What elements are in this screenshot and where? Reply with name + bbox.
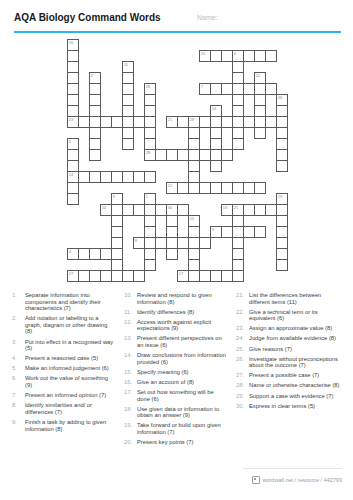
clue-text: Name or otherwise characterise (8) [249, 382, 340, 389]
clue-text: Set out how something will be done (6) [137, 389, 228, 402]
clue-item: 26.Investigate without preconceptions ab… [236, 356, 340, 369]
clue-text: Present different perspectives on an iss… [137, 335, 228, 348]
cell-number: 2 [91, 73, 93, 78]
clue-text: Give an account of (8) [137, 379, 228, 386]
cell-number: 27 [69, 271, 73, 276]
clue-list: 1.Separate information into components a… [12, 292, 344, 449]
cell-number: 18 [146, 84, 150, 89]
clue-item: 22.Give a technical term or its equivale… [236, 309, 340, 322]
clue-number: 28. [236, 382, 249, 389]
clue-text: Use given data or information to obtain … [137, 406, 228, 419]
clue-item: 28.Name or otherwise characterise (8) [236, 382, 340, 389]
clue-item: 11.Identify differences (8) [124, 309, 228, 316]
title-underline [14, 31, 341, 33]
crossword-grid[interactable]: 1620611222187261423212952824129119103013… [67, 39, 299, 282]
clue-number: 15. [124, 369, 137, 376]
clue-item: 20.Present key points (7) [124, 439, 228, 446]
cell-number: 16 [69, 40, 73, 45]
clue-item: 17.Set out how something will be done (6… [124, 389, 228, 402]
clue-number: 22. [236, 309, 249, 322]
clue-item: 15.Specify meaning (6) [124, 369, 228, 376]
clue-item: 23.Assign an approximate value (8) [236, 325, 340, 332]
grid-cell[interactable] [67, 193, 79, 205]
grid-cell[interactable] [210, 160, 222, 172]
cell-number: 20 [201, 51, 205, 56]
grid-cell[interactable] [199, 237, 211, 249]
cell-number: 6 [234, 51, 236, 56]
clue-number: 23. [236, 325, 249, 332]
cell-number: 28 [146, 150, 150, 155]
clue-item: 1.Separate information into components a… [12, 292, 116, 312]
clue-text: Review and respond to given information … [137, 292, 228, 305]
footer-resource-link[interactable]: wordwall.net / resource / 442799 [263, 477, 343, 483]
clue-text: Give a technical term or its equivalent … [249, 309, 340, 322]
clue-item: 13.Present different perspectives on an … [124, 335, 228, 348]
grid-cell[interactable] [221, 149, 233, 161]
clue-number: 10. [124, 292, 137, 305]
grid-cell[interactable] [254, 182, 266, 194]
clue-number: 18. [124, 406, 137, 419]
cell-number: 9 [113, 194, 115, 199]
grid-cell[interactable] [254, 127, 266, 139]
cell-number: 25 [234, 205, 238, 210]
clue-number: 29. [236, 393, 249, 400]
clue-number: 21. [236, 292, 249, 305]
clue-column: 21.List the differences between differen… [236, 292, 340, 449]
clue-number: 4. [12, 355, 25, 362]
clue-number: 9. [12, 419, 25, 432]
clue-item: 29.Support a case with evidence (7) [236, 393, 340, 400]
clue-item: 19.Take forward or build upon given info… [124, 422, 228, 435]
clue-item: 21.List the differences between differen… [236, 292, 340, 305]
clue-number: 13. [124, 335, 137, 348]
clue-item: 6.Work out the value of something (9) [12, 375, 116, 388]
page-title: AQA Biology Command Words [14, 12, 341, 23]
clue-item: 25.Give reasons (7) [236, 346, 340, 353]
grid-cell[interactable] [276, 259, 288, 271]
clue-item: 18.Use given data or information to obta… [124, 406, 228, 419]
clue-text: Present key points (7) [137, 439, 228, 446]
clue-item: 4.Present a reasoned case (5) [12, 355, 116, 362]
clue-column: 10.Review and respond to given informati… [124, 292, 228, 449]
cell-number: 23 [69, 117, 73, 122]
clue-item: 14.Draw conclusions from information pro… [124, 352, 228, 365]
clue-text: Present a possible case (7) [249, 372, 340, 379]
grid-cell[interactable] [144, 259, 156, 271]
cell-number: 12 [168, 183, 172, 188]
clue-text: Give reasons (7) [249, 346, 340, 353]
clue-text: Assign an approximate value (8) [249, 325, 340, 332]
cell-number: 19 [278, 194, 282, 199]
footer-separator [243, 468, 342, 469]
clue-number: 3. [12, 339, 25, 352]
grid-cell[interactable] [276, 160, 288, 172]
clue-text: Identify similarities and/ or difference… [25, 402, 116, 415]
clue-text: Finish a task by adding to given informa… [25, 419, 116, 432]
grid-cell[interactable] [254, 226, 266, 238]
cell-number: 11 [124, 62, 128, 67]
clue-number: 30. [236, 403, 249, 410]
clue-number: 19. [124, 422, 137, 435]
clue-text: Put into effect in a recognised way (5) [25, 339, 116, 352]
clue-number: 17. [124, 389, 137, 402]
cell-number: 5 [69, 139, 71, 144]
cell-number: 30 [168, 205, 172, 210]
clue-text: Separate information into components and… [25, 292, 116, 312]
clue-text: Present a reasoned case (5) [25, 355, 116, 362]
grid-cell[interactable] [232, 270, 244, 282]
clue-column: 1.Separate information into components a… [12, 292, 116, 449]
grid-cell[interactable] [89, 149, 101, 161]
clue-item: 3.Put into effect in a recognised way (5… [12, 339, 116, 352]
grid-cell[interactable] [144, 171, 156, 183]
cell-number: 15 [190, 216, 194, 221]
clue-number: 25. [236, 346, 249, 353]
wordwall-logo-icon [252, 476, 260, 484]
clue-number: 27. [236, 372, 249, 379]
cell-number: 17 [179, 271, 183, 276]
clue-item: 30.Express in clear terms (5) [236, 403, 340, 410]
clue-item: 7.Present an informed opinion (7) [12, 392, 116, 399]
clue-item: 24.Judge from available evidence (8) [236, 335, 340, 342]
clue-number: 8. [12, 402, 25, 415]
clue-text: Identify differences (8) [137, 309, 228, 316]
name-field-label: Name: [197, 14, 218, 21]
clue-number: 16. [124, 379, 137, 386]
footer[interactable]: wordwall.net / resource / 442799 [252, 476, 343, 484]
clue-text: Support a case with evidence (7) [249, 393, 340, 400]
cell-number: 3 [212, 227, 214, 232]
clue-number: 1. [12, 292, 25, 312]
cell-number: 14 [212, 106, 216, 111]
clue-item: 12.Access worth against explicit expecta… [124, 319, 228, 332]
clue-number: 20. [124, 439, 137, 446]
clue-text: Add notation or labelling to a graph, di… [25, 315, 116, 335]
clue-text: Present an informed opinion (7) [25, 392, 116, 399]
cell-number: 10 [102, 205, 106, 210]
cell-number: 8 [135, 238, 137, 243]
cell-number: 22 [256, 73, 260, 78]
clue-number: 2. [12, 315, 25, 335]
clue-text: Access worth against explicit expectatio… [137, 319, 228, 332]
grid-cell[interactable] [133, 270, 145, 282]
clue-item: 9.Finish a task by adding to given infor… [12, 419, 116, 432]
grid-cell[interactable] [232, 138, 244, 150]
clue-item: 2.Add notation or labelling to a graph, … [12, 315, 116, 335]
page-header: AQA Biology Command Words Name: [14, 12, 341, 23]
clue-number: 6. [12, 375, 25, 388]
clue-number: 24. [236, 335, 249, 342]
clue-text: Judge from available evidence (8) [249, 335, 340, 342]
clue-item: 5.Make an informed judgement (6) [12, 365, 116, 372]
cell-number: 21 [168, 117, 172, 122]
cell-number: 26 [278, 95, 282, 100]
clue-number: 11. [124, 309, 137, 316]
clue-number: 14. [124, 352, 137, 365]
clue-text: Investigate without preconceptions about… [249, 356, 340, 369]
clue-item: 10.Review and respond to given informati… [124, 292, 228, 305]
clue-text: List the differences between different i… [249, 292, 340, 305]
grid-cell[interactable] [166, 248, 178, 260]
clue-number: 7. [12, 392, 25, 399]
clue-item: 27.Present a possible case (7) [236, 372, 340, 379]
clue-text: Express in clear terms (5) [249, 403, 340, 410]
clue-number: 5. [12, 365, 25, 372]
cell-number: 13 [223, 205, 227, 210]
clue-number: 26. [236, 356, 249, 369]
grid-cell[interactable] [265, 50, 277, 62]
cell-number: 7 [201, 84, 203, 89]
clue-text: Draw conclusions from information provid… [137, 352, 228, 365]
clue-item: 16.Give an account of (8) [124, 379, 228, 386]
clue-text: Work out the value of something (9) [25, 375, 116, 388]
cell-number: 4 [69, 249, 71, 254]
clue-item: 8.Identify similarities and/ or differen… [12, 402, 116, 415]
clue-text: Make an informed judgement (6) [25, 365, 116, 372]
clue-text: Take forward or build upon given informa… [137, 422, 228, 435]
clue-text: Specify meaning (6) [137, 369, 228, 376]
cell-number: 24 [69, 172, 73, 177]
cell-number: 29 [190, 117, 194, 122]
grid-cell[interactable] [122, 138, 134, 150]
clue-number: 12. [124, 319, 137, 332]
cell-number: 1 [146, 194, 148, 199]
